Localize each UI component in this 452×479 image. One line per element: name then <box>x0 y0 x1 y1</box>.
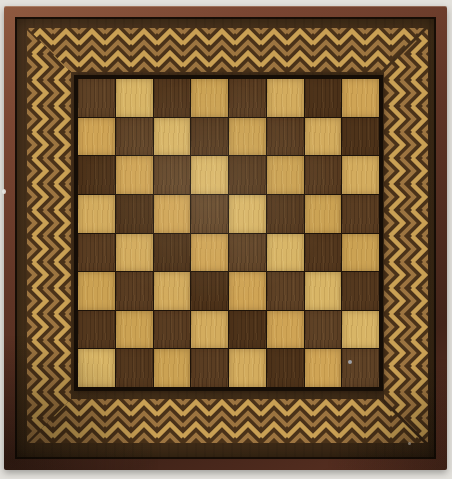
square-a1[interactable] <box>78 349 115 387</box>
square-f5[interactable] <box>267 195 304 233</box>
square-h3[interactable] <box>342 272 379 310</box>
square-e5[interactable] <box>229 195 266 233</box>
square-d2[interactable] <box>191 311 228 349</box>
square-h1[interactable] <box>342 349 379 387</box>
square-d1[interactable] <box>191 349 228 387</box>
square-b4[interactable] <box>116 234 153 272</box>
square-d8[interactable] <box>191 79 228 117</box>
square-e7[interactable] <box>229 118 266 156</box>
square-d5[interactable] <box>191 195 228 233</box>
square-a4[interactable] <box>78 234 115 272</box>
photo-background <box>0 0 452 479</box>
square-d4[interactable] <box>191 234 228 272</box>
square-b1[interactable] <box>116 349 153 387</box>
square-b2[interactable] <box>116 311 153 349</box>
square-g3[interactable] <box>305 272 342 310</box>
square-h7[interactable] <box>342 118 379 156</box>
square-b6[interactable] <box>116 156 153 194</box>
square-c5[interactable] <box>154 195 191 233</box>
square-g5[interactable] <box>305 195 342 233</box>
square-e4[interactable] <box>229 234 266 272</box>
square-g7[interactable] <box>305 118 342 156</box>
square-b7[interactable] <box>116 118 153 156</box>
chevron-border-bottom <box>27 399 424 443</box>
blemish-speck <box>2 189 6 194</box>
square-c8[interactable] <box>154 79 191 117</box>
square-f7[interactable] <box>267 118 304 156</box>
square-c1[interactable] <box>154 349 191 387</box>
square-h2[interactable] <box>342 311 379 349</box>
marquetry-field <box>15 17 436 459</box>
square-c4[interactable] <box>154 234 191 272</box>
square-f3[interactable] <box>267 272 304 310</box>
playing-area <box>74 75 383 391</box>
square-b8[interactable] <box>116 79 153 117</box>
square-g2[interactable] <box>305 311 342 349</box>
square-c6[interactable] <box>154 156 191 194</box>
square-c7[interactable] <box>154 118 191 156</box>
square-g6[interactable] <box>305 156 342 194</box>
square-e2[interactable] <box>229 311 266 349</box>
square-b3[interactable] <box>116 272 153 310</box>
square-d3[interactable] <box>191 272 228 310</box>
square-a8[interactable] <box>78 79 115 117</box>
square-b5[interactable] <box>116 195 153 233</box>
square-h4[interactable] <box>342 234 379 272</box>
square-h8[interactable] <box>342 79 379 117</box>
square-g8[interactable] <box>305 79 342 117</box>
square-f8[interactable] <box>267 79 304 117</box>
square-a2[interactable] <box>78 311 115 349</box>
square-f4[interactable] <box>267 234 304 272</box>
chevron-border-right <box>384 28 428 443</box>
square-c3[interactable] <box>154 272 191 310</box>
chevron-border-left <box>27 28 71 443</box>
board-grid <box>78 79 379 387</box>
chessboard <box>4 6 447 470</box>
square-a6[interactable] <box>78 156 115 194</box>
square-g1[interactable] <box>305 349 342 387</box>
square-f1[interactable] <box>267 349 304 387</box>
square-e3[interactable] <box>229 272 266 310</box>
square-c2[interactable] <box>154 311 191 349</box>
square-d7[interactable] <box>191 118 228 156</box>
square-h6[interactable] <box>342 156 379 194</box>
chevron-border-top <box>27 28 424 72</box>
square-e1[interactable] <box>229 349 266 387</box>
square-e6[interactable] <box>229 156 266 194</box>
square-a5[interactable] <box>78 195 115 233</box>
square-a7[interactable] <box>78 118 115 156</box>
square-h5[interactable] <box>342 195 379 233</box>
square-d6[interactable] <box>191 156 228 194</box>
square-e8[interactable] <box>229 79 266 117</box>
square-a3[interactable] <box>78 272 115 310</box>
square-g4[interactable] <box>305 234 342 272</box>
square-f2[interactable] <box>267 311 304 349</box>
square-f6[interactable] <box>267 156 304 194</box>
